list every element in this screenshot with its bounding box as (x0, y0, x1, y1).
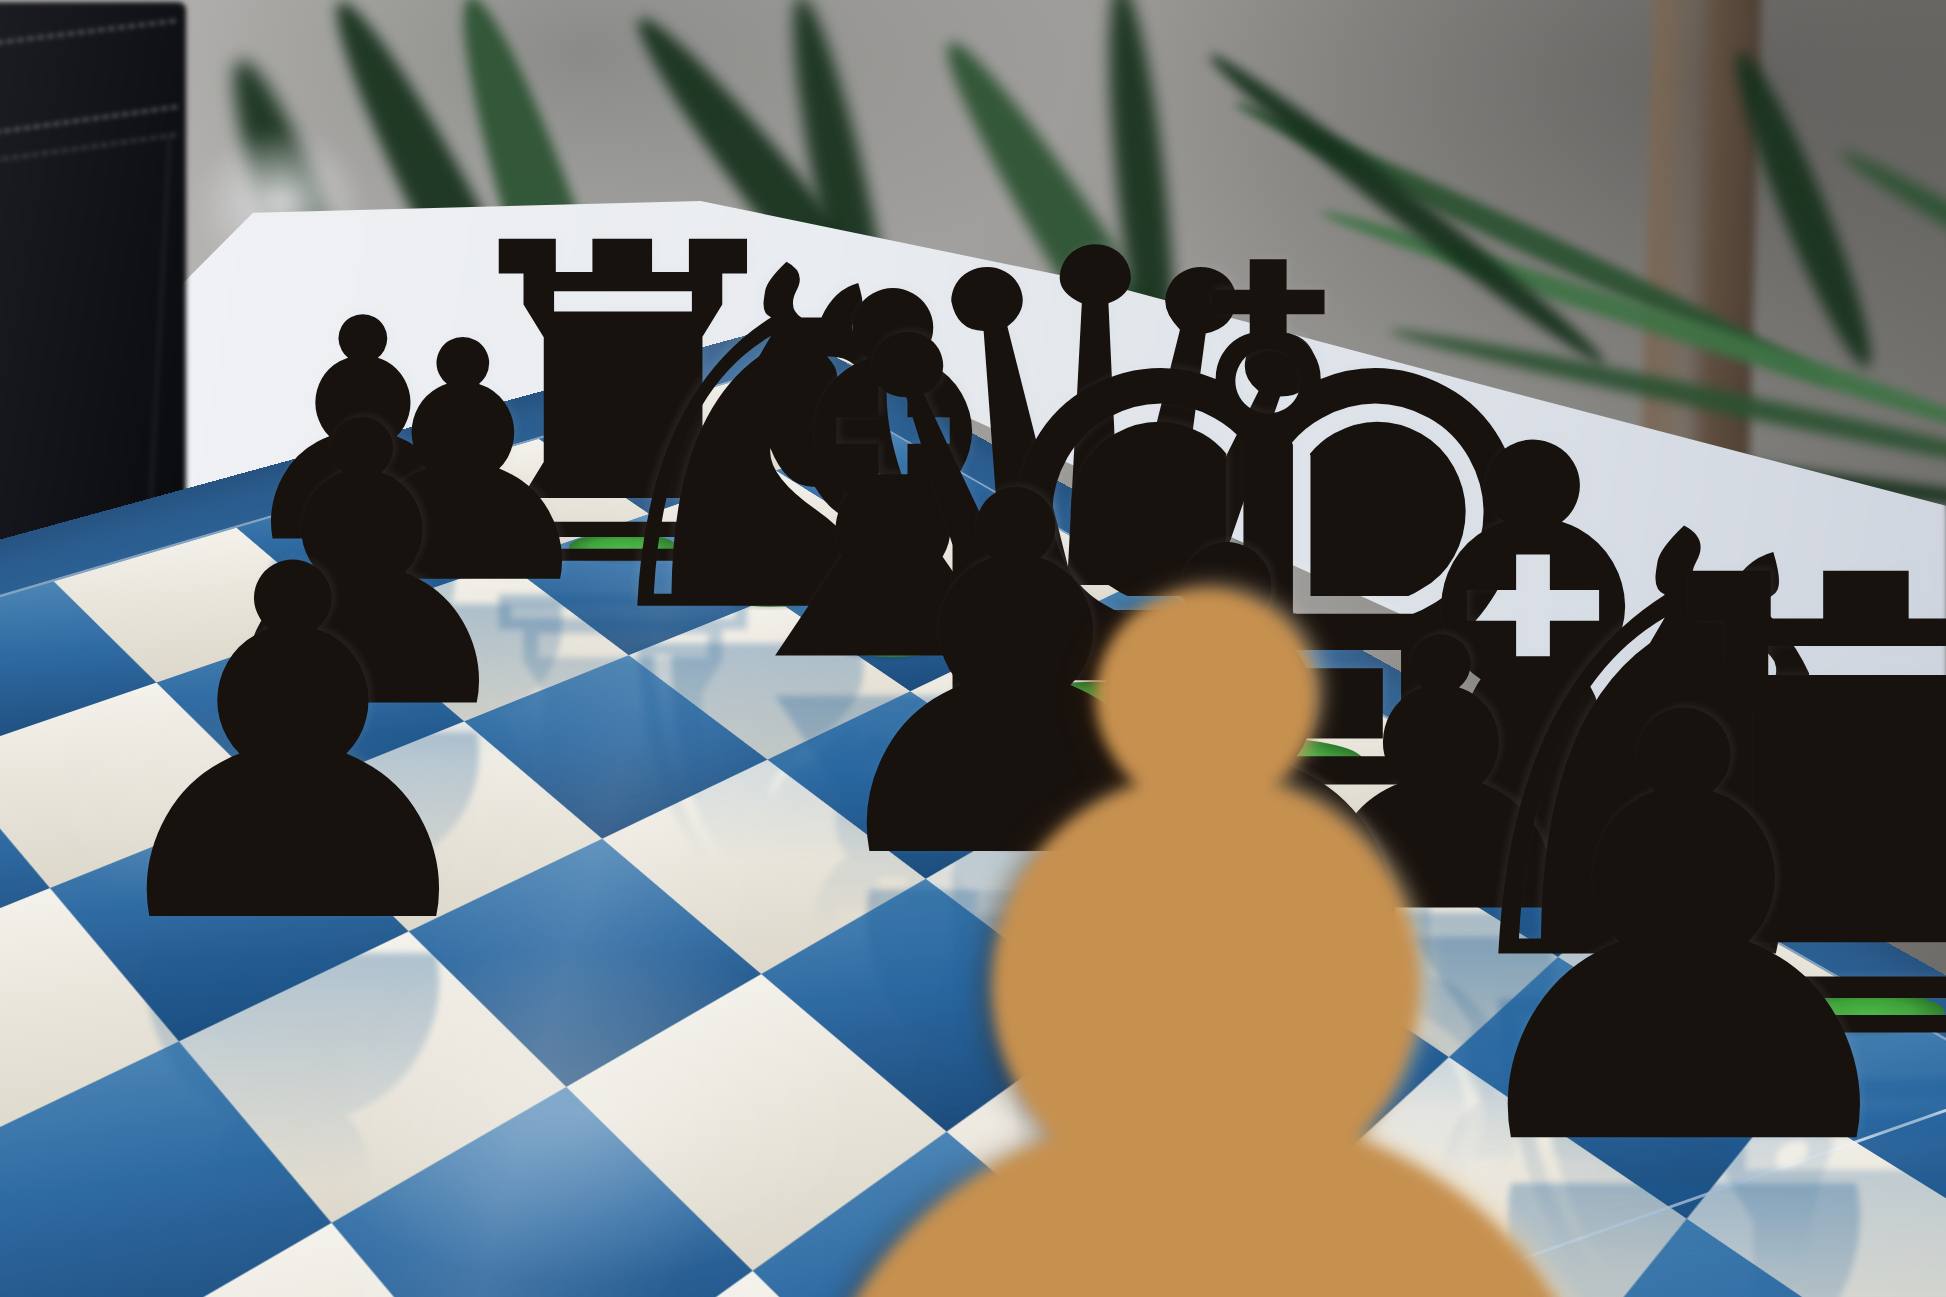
photo-scene: ♜♜♞♞♝♝♛♛♚♚♝♝♞♞♜♜♟♟♟♟♟♟♟♟♟♟♟♟♟♟♟♟♟ (0, 0, 1946, 1297)
pawn-glyph: ♟ (588, 429, 1824, 1297)
pieces-layer: ♜♜♞♞♝♝♛♛♚♚♝♝♞♞♜♜♟♟♟♟♟♟♟♟♟♟♟♟♟♟♟♟♟ (0, 0, 1946, 1297)
pawn-glyph: ♟ (74, 503, 511, 991)
